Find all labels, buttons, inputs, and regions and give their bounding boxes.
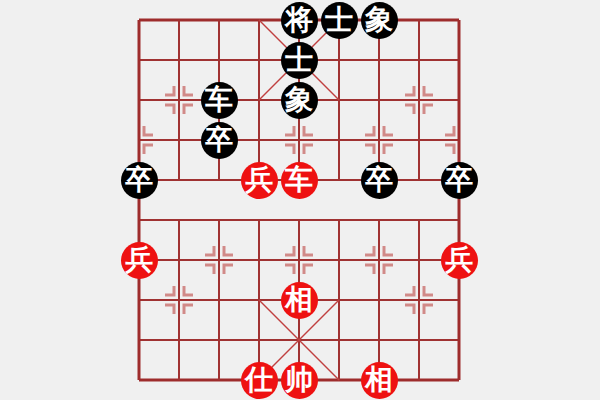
red-elephant[interactable]: 相 [281,282,318,319]
red-soldier[interactable]: 兵 [121,242,158,279]
red-elephant[interactable]: 相 [361,362,398,399]
black-chariot[interactable]: 车 [201,82,238,119]
black-advisor[interactable]: 士 [281,42,318,79]
black-soldier[interactable]: 卒 [441,162,478,199]
black-advisor[interactable]: 士 [321,2,358,39]
black-soldier[interactable]: 卒 [361,162,398,199]
red-general[interactable]: 帅 [281,362,318,399]
red-soldier[interactable]: 兵 [241,162,278,199]
black-elephant[interactable]: 象 [361,2,398,39]
board-intersection-grid[interactable]: 将士象士车象卒卒兵车卒卒兵兵相仕帅相 [119,0,479,400]
xiangqi-board: 将士象士车象卒卒兵车卒卒兵兵相仕帅相 [0,0,600,400]
black-soldier[interactable]: 卒 [121,162,158,199]
red-soldier[interactable]: 兵 [441,242,478,279]
red-advisor[interactable]: 仕 [241,362,278,399]
black-elephant[interactable]: 象 [281,82,318,119]
black-general[interactable]: 将 [281,2,318,39]
red-chariot[interactable]: 车 [281,162,318,199]
black-soldier[interactable]: 卒 [201,122,238,159]
